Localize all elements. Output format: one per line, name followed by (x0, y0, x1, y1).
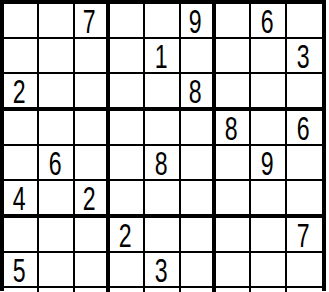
cell-r8c3[interactable] (75, 253, 110, 288)
cell-r7c1[interactable] (4, 218, 39, 253)
given-digit: 6 (49, 147, 62, 180)
cell-r4c3[interactable] (75, 111, 110, 146)
given-digit: 4 (13, 182, 26, 215)
cell-r2c1[interactable] (4, 39, 39, 74)
cell-r3c8[interactable] (251, 74, 286, 111)
given-digit: 8 (225, 112, 238, 145)
cell-r4c7[interactable]: 8 (216, 111, 251, 146)
given-digit: 5 (13, 254, 26, 287)
cell-r3c4[interactable] (110, 74, 145, 111)
cell-r3c1[interactable]: 2 (4, 74, 39, 111)
cell-r4c8[interactable] (251, 111, 286, 146)
cell-r1c9[interactable] (287, 4, 322, 39)
cell-r9c4[interactable]: 5 (110, 288, 145, 292)
cell-r2c9[interactable]: 3 (287, 39, 322, 74)
cell-r5c9[interactable] (287, 146, 322, 181)
cell-r1c5[interactable] (145, 4, 180, 39)
cell-r6c4[interactable] (110, 181, 145, 218)
cell-r3c9[interactable] (287, 74, 322, 111)
cell-r2c8[interactable] (251, 39, 286, 74)
given-digit: 1 (155, 40, 168, 73)
cell-r5c2[interactable]: 6 (39, 146, 74, 181)
cell-r2c7[interactable] (216, 39, 251, 74)
given-digit: 2 (13, 75, 26, 108)
cell-r8c7[interactable] (216, 253, 251, 288)
cell-r2c3[interactable] (75, 39, 110, 74)
cell-r6c7[interactable] (216, 181, 251, 218)
cell-r6c2[interactable] (39, 181, 74, 218)
given-digit: 8 (189, 75, 202, 108)
cell-r8c5[interactable]: 3 (145, 253, 180, 288)
cell-r1c2[interactable] (39, 4, 74, 39)
cell-r1c3[interactable]: 7 (75, 4, 110, 39)
cell-r5c4[interactable] (110, 146, 145, 181)
cell-r1c4[interactable] (110, 4, 145, 39)
cell-r9c9[interactable] (287, 288, 322, 292)
cell-r2c5[interactable]: 1 (145, 39, 180, 74)
given-digit: 7 (83, 5, 96, 38)
cell-r5c6[interactable] (181, 146, 216, 181)
cell-r2c2[interactable] (39, 39, 74, 74)
cell-r7c3[interactable] (75, 218, 110, 253)
cell-r3c6[interactable]: 8 (181, 74, 216, 111)
cell-r4c5[interactable] (145, 111, 180, 146)
cell-r4c1[interactable] (4, 111, 39, 146)
cell-r6c9[interactable] (287, 181, 322, 218)
cell-r2c4[interactable] (110, 39, 145, 74)
cell-r1c1[interactable] (4, 4, 39, 39)
cell-r6c1[interactable]: 4 (4, 181, 39, 218)
cell-r7c9[interactable]: 7 (287, 218, 322, 253)
given-digit: 9 (261, 147, 274, 180)
cell-r5c5[interactable]: 8 (145, 146, 180, 181)
cell-r8c2[interactable] (39, 253, 74, 288)
cell-r7c7[interactable] (216, 218, 251, 253)
cell-r7c2[interactable] (39, 218, 74, 253)
cell-r3c5[interactable] (145, 74, 180, 111)
cell-r8c4[interactable] (110, 253, 145, 288)
cell-r1c6[interactable]: 9 (181, 4, 216, 39)
given-digit: 6 (297, 112, 310, 145)
cell-r8c9[interactable] (287, 253, 322, 288)
cell-r5c8[interactable]: 9 (251, 146, 286, 181)
cell-r2c6[interactable] (181, 39, 216, 74)
cell-r5c3[interactable] (75, 146, 110, 181)
given-digit: 3 (297, 40, 310, 73)
given-digit: 6 (261, 5, 274, 38)
cell-r7c6[interactable] (181, 218, 216, 253)
given-digit: 8 (155, 147, 168, 180)
cell-r8c6[interactable] (181, 253, 216, 288)
cell-r9c7[interactable]: 2 (216, 288, 251, 292)
cell-r9c3[interactable] (75, 288, 110, 292)
cell-r3c7[interactable] (216, 74, 251, 111)
cell-r5c1[interactable] (4, 146, 39, 181)
cell-r9c6[interactable] (181, 288, 216, 292)
cell-r9c2[interactable]: 4 (39, 288, 74, 292)
cell-r9c8[interactable] (251, 288, 286, 292)
cell-r7c4[interactable]: 2 (110, 218, 145, 253)
cell-r4c9[interactable]: 6 (287, 111, 322, 146)
given-digit: 2 (119, 219, 132, 252)
cell-r4c2[interactable] (39, 111, 74, 146)
given-digit: 9 (189, 5, 202, 38)
sudoku-board: 796132886689422753452 (0, 0, 326, 291)
cell-r8c8[interactable] (251, 253, 286, 288)
cell-r1c7[interactable] (216, 4, 251, 39)
given-digit: 2 (83, 182, 96, 215)
cell-r7c8[interactable] (251, 218, 286, 253)
cell-r4c6[interactable] (181, 111, 216, 146)
cell-r6c8[interactable] (251, 181, 286, 218)
cell-r3c2[interactable] (39, 74, 74, 111)
cell-r1c8[interactable]: 6 (251, 4, 286, 39)
cell-r6c3[interactable]: 2 (75, 181, 110, 218)
cell-r3c3[interactable] (75, 74, 110, 111)
given-digit: 3 (155, 254, 168, 287)
cell-r6c6[interactable] (181, 181, 216, 218)
cell-r8c1[interactable]: 5 (4, 253, 39, 288)
cell-r5c7[interactable] (216, 146, 251, 181)
cell-r6c5[interactable] (145, 181, 180, 218)
given-digit: 7 (297, 219, 310, 252)
cell-r4c4[interactable] (110, 111, 145, 146)
cell-r7c5[interactable] (145, 218, 180, 253)
